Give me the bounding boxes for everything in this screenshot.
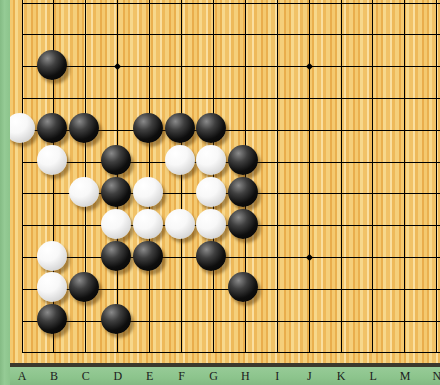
intersection-G8[interactable] [197, 114, 229, 146]
intersection-N8[interactable] [421, 114, 440, 146]
white-stone-D5[interactable] [101, 209, 131, 239]
grid-vline [277, 0, 278, 19]
grid-hline [22, 3, 38, 4]
intersection-M12[interactable] [389, 0, 421, 19]
column-label-D: D [113, 370, 122, 382]
intersection-I11[interactable] [261, 19, 293, 51]
grid-vline [85, 146, 86, 178]
intersection-L12[interactable] [357, 0, 389, 19]
intersection-B11[interactable] [38, 19, 70, 51]
grid-vline [436, 0, 437, 19]
grid-vline [436, 305, 437, 337]
black-stone-H3[interactable] [228, 272, 258, 302]
intersection-F3[interactable] [166, 273, 198, 305]
black-stone-D4[interactable] [101, 241, 131, 271]
grid-vline [117, 19, 118, 51]
intersection-A10[interactable] [6, 51, 38, 83]
intersection-F11[interactable] [166, 19, 198, 51]
grid-vline [117, 337, 118, 353]
white-stone-B7[interactable] [37, 145, 67, 175]
intersection-L6[interactable] [357, 178, 389, 210]
intersection-I12[interactable] [261, 0, 293, 19]
grid-vline [309, 19, 310, 51]
coordinate-bar: ABCDEFGHIJKLMN [10, 367, 440, 385]
intersection-G7[interactable] [197, 146, 229, 178]
grid-vline [85, 19, 86, 51]
intersection-A5[interactable] [6, 210, 38, 242]
grid-vline [213, 337, 214, 353]
grid-vline [117, 114, 118, 146]
intersection-C5[interactable] [70, 210, 102, 242]
intersection-I3[interactable] [261, 273, 293, 305]
intersection-C9[interactable] [70, 83, 102, 115]
grid-vline [181, 83, 182, 115]
intersection-G11[interactable] [197, 19, 229, 51]
grid-vline [85, 83, 86, 115]
black-stone-E4[interactable] [133, 241, 163, 271]
intersection-L8[interactable] [357, 114, 389, 146]
grid-vline [149, 83, 150, 115]
grid-vline [245, 19, 246, 51]
intersection-B5[interactable] [38, 210, 70, 242]
grid-vline [22, 210, 23, 242]
intersection-G10[interactable] [197, 51, 229, 83]
intersection-N3[interactable] [421, 273, 440, 305]
column-label-A: A [18, 370, 27, 382]
intersection-C11[interactable] [70, 19, 102, 51]
intersection-J9[interactable] [293, 83, 325, 115]
grid-hline [22, 321, 38, 322]
intersection-N7[interactable] [421, 146, 440, 178]
intersection-A3[interactable] [6, 273, 38, 305]
grid-vline [436, 273, 437, 305]
intersection-M5[interactable] [389, 210, 421, 242]
grid-vline [309, 0, 310, 19]
intersection-I9[interactable] [261, 83, 293, 115]
intersection-A9[interactable] [6, 83, 38, 115]
intersection-K10[interactable] [325, 51, 357, 83]
grid-vline [341, 0, 342, 19]
grid-vline [309, 305, 310, 337]
intersection-K12[interactable] [325, 0, 357, 19]
black-stone-C8[interactable] [69, 113, 99, 143]
grid-vline [149, 273, 150, 305]
intersection-N4[interactable] [421, 242, 440, 274]
intersection-B2[interactable] [38, 305, 70, 337]
column-label-B: B [50, 370, 58, 382]
intersection-F4[interactable] [166, 242, 198, 274]
intersection-D6[interactable] [102, 178, 134, 210]
white-stone-F7[interactable] [165, 145, 195, 175]
grid-vline [245, 305, 246, 337]
intersection-F8[interactable] [166, 114, 198, 146]
black-stone-B8[interactable] [37, 113, 67, 143]
intersection-I6[interactable] [261, 178, 293, 210]
intersection-D9[interactable] [102, 83, 134, 115]
black-stone-D2[interactable] [101, 304, 131, 334]
grid-vline [213, 83, 214, 115]
intersection-D2[interactable] [102, 305, 134, 337]
white-stone-C6[interactable] [69, 177, 99, 207]
intersection-L2[interactable] [357, 305, 389, 337]
intersection-K4[interactable] [325, 242, 357, 274]
intersection-H6[interactable] [229, 178, 261, 210]
goban-grid[interactable] [6, 0, 440, 369]
grid-vline [149, 305, 150, 337]
intersection-D3[interactable] [102, 273, 134, 305]
intersection-K7[interactable] [325, 146, 357, 178]
intersection-H11[interactable] [229, 19, 261, 51]
intersection-J6[interactable] [293, 178, 325, 210]
grid-vline [22, 51, 23, 83]
intersection-F9[interactable] [166, 83, 198, 115]
intersection-G5[interactable] [197, 210, 229, 242]
grid-vline [372, 242, 373, 274]
intersection-J5[interactable] [293, 210, 325, 242]
intersection-N11[interactable] [421, 19, 440, 51]
grid-vline [22, 273, 23, 305]
grid-hline [22, 98, 38, 99]
grid-vline [245, 337, 246, 353]
intersection-M11[interactable] [389, 19, 421, 51]
intersection-B7[interactable] [38, 146, 70, 178]
white-stone-G7[interactable] [196, 145, 226, 175]
white-stone-G5[interactable] [196, 209, 226, 239]
black-stone-F8[interactable] [165, 113, 195, 143]
black-stone-G4[interactable] [196, 241, 226, 271]
grid-vline [372, 210, 373, 242]
intersection-M9[interactable] [389, 83, 421, 115]
intersection-H4[interactable] [229, 242, 261, 274]
intersection-M7[interactable] [389, 146, 421, 178]
grid-vline [404, 146, 405, 178]
intersection-K5[interactable] [325, 210, 357, 242]
intersection-H8[interactable] [229, 114, 261, 146]
intersection-E4[interactable] [134, 242, 166, 274]
column-label-H: H [241, 370, 250, 382]
intersection-J4[interactable] [293, 242, 325, 274]
grid-vline [436, 114, 437, 146]
intersection-D5[interactable] [102, 210, 134, 242]
grid-vline [85, 210, 86, 242]
grid-vline [53, 178, 54, 210]
white-stone-E6[interactable] [133, 177, 163, 207]
intersection-F6[interactable] [166, 178, 198, 210]
intersection-K9[interactable] [325, 83, 357, 115]
grid-vline [277, 305, 278, 337]
grid-vline [277, 83, 278, 115]
intersection-C8[interactable] [70, 114, 102, 146]
intersection-C3[interactable] [70, 273, 102, 305]
intersection-K8[interactable] [325, 114, 357, 146]
grid-vline [245, 51, 246, 83]
grid-vline [277, 337, 278, 353]
intersection-M4[interactable] [389, 242, 421, 274]
intersection-I7[interactable] [261, 146, 293, 178]
grid-vline [309, 273, 310, 305]
grid-vline [149, 0, 150, 19]
intersection-G3[interactable] [197, 273, 229, 305]
grid-vline [436, 51, 437, 83]
intersection-B4[interactable] [38, 242, 70, 274]
grid-vline [404, 51, 405, 83]
grid-hline [22, 162, 38, 163]
intersection-C10[interactable] [70, 51, 102, 83]
intersection-N5[interactable] [421, 210, 440, 242]
intersection-G12[interactable] [197, 0, 229, 19]
grid-vline [245, 242, 246, 274]
intersection-B8[interactable] [38, 114, 70, 146]
intersection-L5[interactable] [357, 210, 389, 242]
black-stone-G8[interactable] [196, 113, 226, 143]
grid-vline [277, 51, 278, 83]
intersection-A2[interactable] [6, 305, 38, 337]
black-stone-H7[interactable] [228, 145, 258, 175]
intersection-C6[interactable] [70, 178, 102, 210]
white-stone-B3[interactable] [37, 272, 67, 302]
intersection-N2[interactable] [421, 305, 440, 337]
intersection-J12[interactable] [293, 0, 325, 19]
intersection-D7[interactable] [102, 146, 134, 178]
intersection-B12[interactable] [38, 0, 70, 19]
intersection-J8[interactable] [293, 114, 325, 146]
grid-vline [213, 305, 214, 337]
intersection-E6[interactable] [134, 178, 166, 210]
grid-vline [85, 51, 86, 83]
intersection-F10[interactable] [166, 51, 198, 83]
intersection-M3[interactable] [389, 273, 421, 305]
intersection-A11[interactable] [6, 19, 38, 51]
intersection-J3[interactable] [293, 273, 325, 305]
grid-vline [309, 114, 310, 146]
intersection-E2[interactable] [134, 305, 166, 337]
intersection-H3[interactable] [229, 273, 261, 305]
intersection-K6[interactable] [325, 178, 357, 210]
grid-vline [341, 210, 342, 242]
black-stone-H5[interactable] [228, 209, 258, 239]
grid-vline [277, 114, 278, 146]
grid-vline [181, 178, 182, 210]
intersection-M10[interactable] [389, 51, 421, 83]
grid-vline [277, 178, 278, 210]
intersection-E10[interactable] [134, 51, 166, 83]
intersection-D10[interactable] [102, 51, 134, 83]
grid-vline [436, 210, 437, 242]
intersection-H10[interactable] [229, 51, 261, 83]
grid-vline [277, 146, 278, 178]
intersection-M2[interactable] [389, 305, 421, 337]
intersection-A7[interactable] [6, 146, 38, 178]
intersection-C4[interactable] [70, 242, 102, 274]
intersection-D4[interactable] [102, 242, 134, 274]
grid-vline [277, 273, 278, 305]
grid-vline [53, 337, 54, 353]
intersection-L11[interactable] [357, 19, 389, 51]
star-point-J10 [306, 63, 313, 70]
star-point-J4 [306, 254, 313, 261]
column-label-K: K [337, 370, 346, 382]
intersection-E3[interactable] [134, 273, 166, 305]
intersection-J10[interactable] [293, 51, 325, 83]
grid-vline [309, 83, 310, 115]
grid-vline [309, 178, 310, 210]
grid-vline [149, 51, 150, 83]
intersection-N10[interactable] [421, 51, 440, 83]
intersection-F5[interactable] [166, 210, 198, 242]
intersection-K11[interactable] [325, 19, 357, 51]
intersection-B3[interactable] [38, 273, 70, 305]
grid-vline [341, 83, 342, 115]
grid-vline [213, 0, 214, 19]
grid-vline [341, 178, 342, 210]
intersection-A4[interactable] [6, 242, 38, 274]
grid-vline [404, 305, 405, 337]
intersection-H9[interactable] [229, 83, 261, 115]
intersection-L3[interactable] [357, 273, 389, 305]
column-label-C: C [82, 370, 90, 382]
grid-vline [404, 0, 405, 19]
intersection-G2[interactable] [197, 305, 229, 337]
intersection-G6[interactable] [197, 178, 229, 210]
intersection-F7[interactable] [166, 146, 198, 178]
intersection-E7[interactable] [134, 146, 166, 178]
intersection-A6[interactable] [6, 178, 38, 210]
grid-vline [341, 305, 342, 337]
grid-vline [372, 114, 373, 146]
column-label-J: J [307, 370, 312, 382]
go-client-board-view: ABCDEFGHIJKLMN [0, 0, 440, 385]
grid-hline [22, 289, 38, 290]
intersection-G9[interactable] [197, 83, 229, 115]
black-stone-B10[interactable] [37, 50, 67, 80]
grid-vline [22, 305, 23, 337]
black-stone-D6[interactable] [101, 177, 131, 207]
black-stone-H6[interactable] [228, 177, 258, 207]
grid-vline [22, 242, 23, 274]
intersection-L9[interactable] [357, 83, 389, 115]
intersection-A12[interactable] [6, 0, 38, 19]
intersection-H12[interactable] [229, 0, 261, 19]
grid-hline [22, 257, 38, 258]
black-stone-C3[interactable] [69, 272, 99, 302]
grid-vline [372, 51, 373, 83]
black-stone-E8[interactable] [133, 113, 163, 143]
intersection-C2[interactable] [70, 305, 102, 337]
grid-vline [341, 51, 342, 83]
intersection-C7[interactable] [70, 146, 102, 178]
goban [10, 0, 440, 363]
intersection-B6[interactable] [38, 178, 70, 210]
grid-vline [372, 178, 373, 210]
intersection-N9[interactable] [421, 83, 440, 115]
intersection-B10[interactable] [38, 51, 70, 83]
grid-vline [245, 83, 246, 115]
grid-vline [53, 210, 54, 242]
intersection-I5[interactable] [261, 210, 293, 242]
grid-vline [341, 114, 342, 146]
black-stone-D7[interactable] [101, 145, 131, 175]
intersection-E11[interactable] [134, 19, 166, 51]
intersection-H7[interactable] [229, 146, 261, 178]
grid-vline [404, 83, 405, 115]
grid-vline [22, 178, 23, 210]
intersection-L10[interactable] [357, 51, 389, 83]
grid-vline [372, 0, 373, 19]
grid-hline [22, 34, 38, 35]
intersection-I10[interactable] [261, 51, 293, 83]
intersection-H2[interactable] [229, 305, 261, 337]
grid-vline [149, 19, 150, 51]
white-stone-E5[interactable] [133, 209, 163, 239]
intersection-H5[interactable] [229, 210, 261, 242]
intersection-F2[interactable] [166, 305, 198, 337]
intersection-B9[interactable] [38, 83, 70, 115]
grid-vline [372, 146, 373, 178]
intersection-J11[interactable] [293, 19, 325, 51]
grid-vline [245, 114, 246, 146]
intersection-E12[interactable] [134, 0, 166, 19]
grid-hline [22, 225, 38, 226]
intersection-J2[interactable] [293, 305, 325, 337]
intersection-L7[interactable] [357, 146, 389, 178]
intersection-L4[interactable] [357, 242, 389, 274]
intersection-M8[interactable] [389, 114, 421, 146]
intersection-D11[interactable] [102, 19, 134, 51]
grid-vline [277, 242, 278, 274]
grid-vline [436, 178, 437, 210]
star-point-D10 [114, 63, 121, 70]
intersection-D8[interactable] [102, 114, 134, 146]
intersection-I2[interactable] [261, 305, 293, 337]
grid-vline [404, 273, 405, 305]
intersection-F12[interactable] [166, 0, 198, 19]
intersection-G4[interactable] [197, 242, 229, 274]
intersection-I8[interactable] [261, 114, 293, 146]
white-stone-B4[interactable] [37, 241, 67, 271]
intersection-K2[interactable] [325, 305, 357, 337]
grid-vline [117, 273, 118, 305]
grid-vline [181, 273, 182, 305]
grid-hline [22, 66, 38, 67]
intersection-I4[interactable] [261, 242, 293, 274]
grid-vline [372, 83, 373, 115]
intersection-E5[interactable] [134, 210, 166, 242]
white-stone-F5[interactable] [165, 209, 195, 239]
grid-vline [404, 242, 405, 274]
intersection-J7[interactable] [293, 146, 325, 178]
black-stone-B2[interactable] [37, 304, 67, 334]
grid-vline [341, 337, 342, 353]
grid-vline [245, 0, 246, 19]
intersection-N12[interactable] [421, 0, 440, 19]
grid-vline [181, 305, 182, 337]
intersection-E8[interactable] [134, 114, 166, 146]
grid-vline [341, 242, 342, 274]
grid-vline [181, 337, 182, 353]
intersection-M6[interactable] [389, 178, 421, 210]
intersection-A8[interactable] [6, 114, 38, 146]
intersection-C12[interactable] [70, 0, 102, 19]
intersection-K3[interactable] [325, 273, 357, 305]
intersection-N6[interactable] [421, 178, 440, 210]
white-stone-G6[interactable] [196, 177, 226, 207]
intersection-D12[interactable] [102, 0, 134, 19]
column-label-G: G [209, 370, 218, 382]
grid-hline [22, 352, 38, 353]
intersection-E9[interactable] [134, 83, 166, 115]
grid-vline [309, 337, 310, 353]
grid-vline [404, 19, 405, 51]
